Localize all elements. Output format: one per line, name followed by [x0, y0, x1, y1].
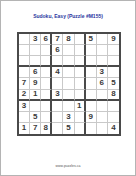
- cell-r7c6: 1: [75, 101, 86, 112]
- cell-r4c5: [63, 67, 74, 78]
- cell-r1c8: [97, 34, 108, 45]
- cell-r2c8: [97, 45, 108, 56]
- cell-r9c8: [97, 123, 108, 134]
- cell-r1c3: 6: [41, 34, 52, 45]
- cell-r8c7: 9: [86, 112, 97, 123]
- cell-r7c1: 3: [19, 101, 30, 112]
- cell-r6c1: 2: [19, 90, 30, 101]
- cell-r9c9: 4: [108, 123, 119, 134]
- cell-r3c1: [19, 56, 30, 67]
- cell-r1c7: 5: [86, 34, 97, 45]
- cell-r3c7: [86, 56, 97, 67]
- cell-r1c2: 3: [30, 34, 41, 45]
- cell-r8c4: [52, 112, 63, 123]
- puzzle-page: Sudoku, Easy (Puzzle #M155) 367859664379…: [0, 0, 136, 176]
- cell-r4c3: [41, 67, 52, 78]
- cell-r8c2: 5: [30, 112, 41, 123]
- cell-r4c4: 4: [52, 67, 63, 78]
- cell-r5c5: [63, 78, 74, 89]
- cell-r6c5: [63, 90, 74, 101]
- cell-r5c8: 6: [97, 78, 108, 89]
- cell-r3c6: [75, 56, 86, 67]
- cell-r2c2: [30, 45, 41, 56]
- cell-r8c9: [108, 112, 119, 123]
- cell-r2c5: [63, 45, 74, 56]
- cell-r6c6: [75, 90, 86, 101]
- cell-r4c8: 3: [97, 67, 108, 78]
- cell-r8c8: [97, 112, 108, 123]
- cell-r9c1: 1: [19, 123, 30, 134]
- cell-r3c2: [30, 56, 41, 67]
- cell-r9c2: 7: [30, 123, 41, 134]
- cell-r2c1: [19, 45, 30, 56]
- cell-r3c3: [41, 56, 52, 67]
- cell-r4c6: [75, 67, 86, 78]
- cell-r1c5: 8: [63, 34, 74, 45]
- cell-r5c7: [86, 78, 97, 89]
- cell-r7c3: [41, 101, 52, 112]
- cell-r4c7: [86, 67, 97, 78]
- cell-r9c7: [86, 123, 97, 134]
- cell-r3c5: [63, 56, 74, 67]
- cell-r4c1: [19, 67, 30, 78]
- puzzle-title: Sudoku, Easy (Puzzle #M155): [1, 13, 135, 19]
- sudoku-board: 3678596643796521383153917854: [17, 32, 121, 136]
- cell-r2c9: [108, 45, 119, 56]
- cell-r4c2: 6: [30, 67, 41, 78]
- cell-r3c9: [108, 56, 119, 67]
- cell-r5c1: 7: [19, 78, 30, 89]
- cell-r6c9: 8: [108, 90, 119, 101]
- cell-r5c2: 9: [30, 78, 41, 89]
- cell-r8c3: [41, 112, 52, 123]
- cell-r5c3: [41, 78, 52, 89]
- cell-r5c6: [75, 78, 86, 89]
- footer-url: www.puzzles.ca: [1, 164, 135, 168]
- cell-r7c9: [108, 101, 119, 112]
- cell-r6c4: 3: [52, 90, 63, 101]
- cell-r3c8: [97, 56, 108, 67]
- cell-r7c2: [30, 101, 41, 112]
- cell-r6c2: 1: [30, 90, 41, 101]
- cell-r4c9: [108, 67, 119, 78]
- cell-r9c4: [52, 123, 63, 134]
- cell-r8c1: [19, 112, 30, 123]
- cell-r6c3: [41, 90, 52, 101]
- cell-r2c7: [86, 45, 97, 56]
- cell-r1c9: 9: [108, 34, 119, 45]
- cell-r8c5: 3: [63, 112, 74, 123]
- cell-r7c4: [52, 101, 63, 112]
- cell-r6c7: [86, 90, 97, 101]
- cell-r2c6: [75, 45, 86, 56]
- cell-r9c5: 5: [63, 123, 74, 134]
- cell-r1c1: [19, 34, 30, 45]
- cell-r2c4: 6: [52, 45, 63, 56]
- cell-r6c8: [97, 90, 108, 101]
- cell-r8c6: [75, 112, 86, 123]
- cell-r7c7: [86, 101, 97, 112]
- cell-r9c6: [75, 123, 86, 134]
- cell-r5c9: 5: [108, 78, 119, 89]
- cell-r1c6: [75, 34, 86, 45]
- cell-r3c4: [52, 56, 63, 67]
- cell-r2c3: [41, 45, 52, 56]
- cell-r7c8: [97, 101, 108, 112]
- cell-r5c4: [52, 78, 63, 89]
- cell-r7c5: [63, 101, 74, 112]
- cell-r9c3: 8: [41, 123, 52, 134]
- cell-r1c4: 7: [52, 34, 63, 45]
